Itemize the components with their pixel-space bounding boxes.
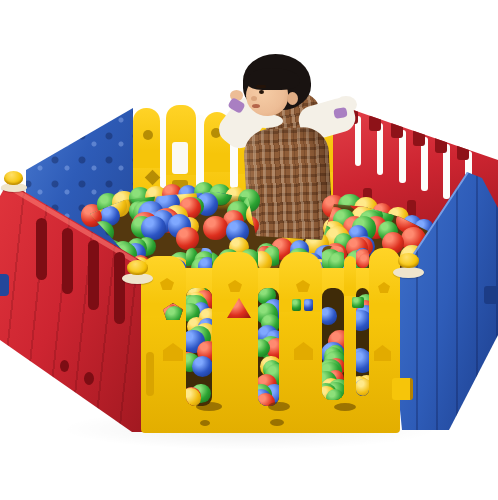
notch-cutout — [407, 200, 416, 220]
ball-blue — [356, 310, 369, 331]
gate-slot-window — [322, 288, 344, 400]
hole-cutout — [84, 372, 94, 385]
gate-top-gap — [258, 246, 279, 270]
gate-front-yellow — [141, 246, 400, 433]
ball-yellow — [356, 379, 369, 396]
slot-opening — [196, 115, 204, 190]
ball-pit-photo — [0, 0, 498, 500]
corner-knob-ring — [393, 267, 424, 278]
ball-blue — [356, 350, 369, 373]
rect-cutout — [172, 142, 188, 174]
gate-slot-window — [258, 288, 279, 406]
toddler-brow — [256, 85, 266, 88]
gate-top-gap — [356, 248, 369, 268]
gate-picket — [344, 256, 356, 296]
toddler-mouth — [252, 104, 260, 108]
rect-cutout — [352, 297, 364, 308]
corner-knob — [127, 260, 148, 275]
vent-hole — [270, 419, 284, 426]
slot-cutout — [36, 218, 47, 280]
ball-red — [203, 216, 228, 241]
gate-slot-window — [186, 288, 212, 406]
ball-blue — [322, 307, 337, 325]
latch-tab-left — [0, 274, 9, 296]
corner-knob — [398, 253, 419, 268]
slot-cutout — [88, 240, 99, 310]
hole-cutout — [60, 360, 69, 372]
rect-cutout — [292, 299, 301, 311]
ball-red — [358, 253, 369, 268]
rect-cutout — [304, 299, 313, 311]
notch-cutout — [391, 122, 403, 138]
notch-cutout — [435, 136, 447, 153]
vent-hole — [200, 420, 210, 426]
latch-tab — [484, 286, 498, 304]
ball-blue — [192, 356, 212, 377]
toddler-nose — [251, 96, 257, 101]
vent-hole — [196, 402, 222, 411]
toddler-eye — [259, 90, 264, 94]
circle-cutout — [143, 130, 153, 140]
notch-cutout — [413, 129, 425, 146]
slot-cutout — [62, 228, 73, 294]
toddler-collar — [249, 114, 283, 128]
slot-cutout — [114, 252, 125, 324]
latch-emboss — [146, 352, 154, 396]
vent-hole — [268, 402, 290, 411]
toddler-ear — [287, 92, 298, 105]
vent-hole — [334, 403, 356, 411]
corner-knob — [4, 171, 23, 185]
slot-opening — [160, 118, 166, 188]
gate-latch — [392, 378, 413, 400]
gate-top-gap — [322, 246, 344, 270]
notch-cutout — [457, 143, 469, 160]
